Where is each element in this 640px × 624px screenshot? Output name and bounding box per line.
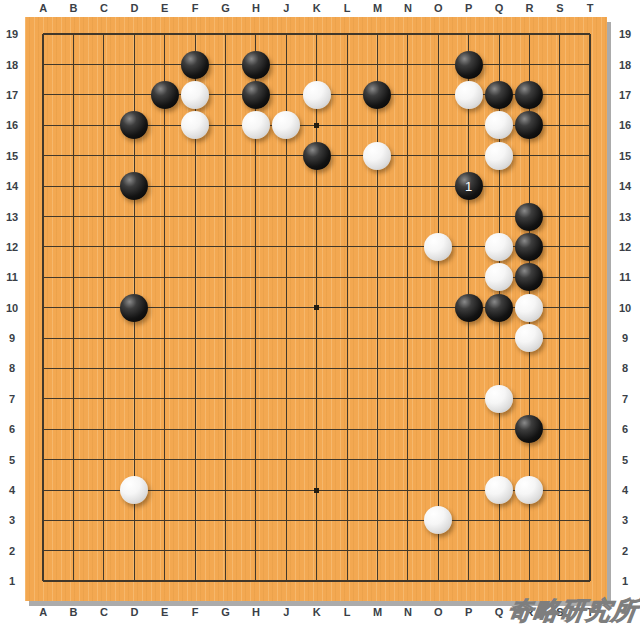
coord-top-C: C bbox=[89, 0, 119, 15]
intersection-D3 bbox=[119, 505, 149, 535]
intersection-F6 bbox=[180, 414, 210, 444]
coord-left-1: 1 bbox=[0, 566, 24, 596]
intersection-G18 bbox=[210, 49, 240, 79]
intersection-H4 bbox=[241, 475, 271, 505]
intersection-T8 bbox=[575, 353, 605, 383]
intersection-M3 bbox=[362, 505, 392, 535]
intersection-Q7 bbox=[484, 384, 514, 414]
intersection-A8 bbox=[28, 353, 58, 383]
intersection-K5 bbox=[302, 444, 332, 474]
coord-top-L: L bbox=[332, 0, 362, 15]
coord-top-G: G bbox=[210, 0, 240, 15]
intersection-E9 bbox=[150, 323, 180, 353]
coord-bottom-A: A bbox=[28, 603, 58, 621]
coord-top-D: D bbox=[119, 0, 149, 15]
intersection-S16 bbox=[545, 110, 575, 140]
intersection-A7 bbox=[28, 384, 58, 414]
coord-top-E: E bbox=[150, 0, 180, 15]
intersection-S9 bbox=[545, 323, 575, 353]
coord-bottom-G: G bbox=[210, 603, 240, 621]
intersection-J13 bbox=[271, 201, 301, 231]
intersection-F14 bbox=[180, 171, 210, 201]
intersection-M1 bbox=[362, 566, 392, 596]
coord-left-18: 18 bbox=[0, 49, 24, 79]
intersection-M2 bbox=[362, 536, 392, 566]
intersection-D14 bbox=[119, 171, 149, 201]
coord-left-4: 4 bbox=[0, 475, 24, 505]
coord-bottom-D: D bbox=[119, 603, 149, 621]
intersection-L14 bbox=[332, 171, 362, 201]
intersection-E1 bbox=[150, 566, 180, 596]
intersection-G13 bbox=[210, 201, 240, 231]
white-stone-Q11 bbox=[485, 263, 513, 291]
white-stone-O12 bbox=[424, 233, 452, 261]
intersection-F2 bbox=[180, 536, 210, 566]
black-stone-H18 bbox=[242, 51, 270, 79]
intersection-L12 bbox=[332, 232, 362, 262]
intersection-C5 bbox=[89, 444, 119, 474]
intersection-D9 bbox=[119, 323, 149, 353]
intersection-F9 bbox=[180, 323, 210, 353]
intersection-N15 bbox=[393, 141, 423, 171]
intersection-L5 bbox=[332, 444, 362, 474]
intersection-T4 bbox=[575, 475, 605, 505]
intersection-E17 bbox=[150, 80, 180, 110]
intersection-S6 bbox=[545, 414, 575, 444]
intersection-Q16 bbox=[484, 110, 514, 140]
intersection-H15 bbox=[241, 141, 271, 171]
intersection-E8 bbox=[150, 353, 180, 383]
intersection-J3 bbox=[271, 505, 301, 535]
intersection-M14 bbox=[362, 171, 392, 201]
intersection-O8 bbox=[423, 353, 453, 383]
intersection-O10 bbox=[423, 293, 453, 323]
intersection-T18 bbox=[575, 49, 605, 79]
intersection-K1 bbox=[302, 566, 332, 596]
go-diagram: ABCDEFGHJKLMNOPQRST ABCDEFGHJKLMNOPQRST … bbox=[0, 0, 640, 624]
intersection-L16 bbox=[332, 110, 362, 140]
intersection-F11 bbox=[180, 262, 210, 292]
intersection-H17 bbox=[241, 80, 271, 110]
black-stone-R6 bbox=[515, 415, 543, 443]
intersection-G4 bbox=[210, 475, 240, 505]
intersection-M11 bbox=[362, 262, 392, 292]
intersection-F17 bbox=[180, 80, 210, 110]
intersection-B6 bbox=[58, 414, 88, 444]
coord-right-6: 6 bbox=[611, 414, 639, 444]
go-board: 1 bbox=[25, 17, 607, 601]
intersection-F5 bbox=[180, 444, 210, 474]
intersection-H5 bbox=[241, 444, 271, 474]
intersection-M7 bbox=[362, 384, 392, 414]
black-stone-P18 bbox=[455, 51, 483, 79]
coord-top-N: N bbox=[393, 0, 423, 15]
intersection-A17 bbox=[28, 80, 58, 110]
intersection-C4 bbox=[89, 475, 119, 505]
coord-left-15: 15 bbox=[0, 141, 24, 171]
intersection-O9 bbox=[423, 323, 453, 353]
intersection-D2 bbox=[119, 536, 149, 566]
intersection-K4 bbox=[302, 475, 332, 505]
intersection-D11 bbox=[119, 262, 149, 292]
star-point bbox=[314, 123, 319, 128]
intersection-L10 bbox=[332, 293, 362, 323]
intersection-C19 bbox=[89, 19, 119, 49]
intersection-P10 bbox=[453, 293, 483, 323]
intersection-K13 bbox=[302, 201, 332, 231]
intersection-C3 bbox=[89, 505, 119, 535]
coord-right-14: 14 bbox=[611, 171, 639, 201]
intersection-Q13 bbox=[484, 201, 514, 231]
coord-right-16: 16 bbox=[611, 110, 639, 140]
intersection-F12 bbox=[180, 232, 210, 262]
white-stone-Q12 bbox=[485, 233, 513, 261]
black-stone-R13 bbox=[515, 203, 543, 231]
coord-left-19: 19 bbox=[0, 19, 24, 49]
intersection-D6 bbox=[119, 414, 149, 444]
coord-bottom-H: H bbox=[241, 603, 271, 621]
intersection-A14 bbox=[28, 171, 58, 201]
intersection-G11 bbox=[210, 262, 240, 292]
intersection-Q15 bbox=[484, 141, 514, 171]
intersection-M13 bbox=[362, 201, 392, 231]
black-stone-E17 bbox=[151, 81, 179, 109]
intersection-J15 bbox=[271, 141, 301, 171]
intersection-B15 bbox=[58, 141, 88, 171]
coord-bottom-P: P bbox=[453, 603, 483, 621]
intersection-C1 bbox=[89, 566, 119, 596]
intersection-P4 bbox=[453, 475, 483, 505]
intersection-C8 bbox=[89, 353, 119, 383]
row-labels-right: 19181716151413121110987654321 bbox=[611, 19, 639, 596]
intersection-P11 bbox=[453, 262, 483, 292]
intersection-B13 bbox=[58, 201, 88, 231]
intersection-E13 bbox=[150, 201, 180, 231]
intersection-G8 bbox=[210, 353, 240, 383]
intersection-E15 bbox=[150, 141, 180, 171]
intersection-G3 bbox=[210, 505, 240, 535]
intersection-C14 bbox=[89, 171, 119, 201]
intersection-B14 bbox=[58, 171, 88, 201]
intersection-E2 bbox=[150, 536, 180, 566]
coord-top-F: F bbox=[180, 0, 210, 15]
intersection-K3 bbox=[302, 505, 332, 535]
intersection-P8 bbox=[453, 353, 483, 383]
intersection-R8 bbox=[514, 353, 544, 383]
intersection-R5 bbox=[514, 444, 544, 474]
intersection-N12 bbox=[393, 232, 423, 262]
intersection-K15 bbox=[302, 141, 332, 171]
intersection-M6 bbox=[362, 414, 392, 444]
intersection-A13 bbox=[28, 201, 58, 231]
intersection-H13 bbox=[241, 201, 271, 231]
intersection-R18 bbox=[514, 49, 544, 79]
white-stone-M15 bbox=[363, 142, 391, 170]
intersection-N6 bbox=[393, 414, 423, 444]
intersection-N5 bbox=[393, 444, 423, 474]
coord-right-17: 17 bbox=[611, 80, 639, 110]
intersection-J7 bbox=[271, 384, 301, 414]
intersection-G12 bbox=[210, 232, 240, 262]
white-stone-H16 bbox=[242, 111, 270, 139]
intersection-R16 bbox=[514, 110, 544, 140]
intersection-A6 bbox=[28, 414, 58, 444]
black-stone-P10 bbox=[455, 294, 483, 322]
coord-right-11: 11 bbox=[611, 262, 639, 292]
intersection-A18 bbox=[28, 49, 58, 79]
intersection-K12 bbox=[302, 232, 332, 262]
intersection-D12 bbox=[119, 232, 149, 262]
intersection-F4 bbox=[180, 475, 210, 505]
intersection-K7 bbox=[302, 384, 332, 414]
black-stone-D14 bbox=[120, 172, 148, 200]
intersection-R1 bbox=[514, 566, 544, 596]
intersection-B10 bbox=[58, 293, 88, 323]
white-stone-Q4 bbox=[485, 476, 513, 504]
intersection-S5 bbox=[545, 444, 575, 474]
intersection-T10 bbox=[575, 293, 605, 323]
intersection-Q5 bbox=[484, 444, 514, 474]
intersection-L2 bbox=[332, 536, 362, 566]
intersection-J2 bbox=[271, 536, 301, 566]
intersection-L7 bbox=[332, 384, 362, 414]
intersection-Q12 bbox=[484, 232, 514, 262]
intersection-J12 bbox=[271, 232, 301, 262]
coord-right-2: 2 bbox=[611, 536, 639, 566]
intersection-R3 bbox=[514, 505, 544, 535]
intersection-N17 bbox=[393, 80, 423, 110]
intersection-P17 bbox=[453, 80, 483, 110]
coord-left-17: 17 bbox=[0, 80, 24, 110]
intersection-E18 bbox=[150, 49, 180, 79]
intersection-D13 bbox=[119, 201, 149, 231]
intersection-C10 bbox=[89, 293, 119, 323]
coord-bottom-N: N bbox=[393, 603, 423, 621]
intersection-T9 bbox=[575, 323, 605, 353]
intersection-C16 bbox=[89, 110, 119, 140]
intersection-Q2 bbox=[484, 536, 514, 566]
coord-top-B: B bbox=[58, 0, 88, 15]
black-stone-K15 bbox=[303, 142, 331, 170]
intersection-S19 bbox=[545, 19, 575, 49]
coord-left-5: 5 bbox=[0, 444, 24, 474]
intersection-H11 bbox=[241, 262, 271, 292]
intersection-K10 bbox=[302, 293, 332, 323]
intersection-O7 bbox=[423, 384, 453, 414]
intersection-S1 bbox=[545, 566, 575, 596]
intersection-F1 bbox=[180, 566, 210, 596]
intersection-O3 bbox=[423, 505, 453, 535]
intersection-B7 bbox=[58, 384, 88, 414]
intersection-O4 bbox=[423, 475, 453, 505]
intersection-A2 bbox=[28, 536, 58, 566]
intersection-D8 bbox=[119, 353, 149, 383]
coord-top-R: R bbox=[514, 0, 544, 15]
intersection-P12 bbox=[453, 232, 483, 262]
intersection-Q4 bbox=[484, 475, 514, 505]
black-stone-D10 bbox=[120, 294, 148, 322]
intersection-H2 bbox=[241, 536, 271, 566]
intersection-R10 bbox=[514, 293, 544, 323]
intersection-O5 bbox=[423, 444, 453, 474]
intersection-Q1 bbox=[484, 566, 514, 596]
intersection-R11 bbox=[514, 262, 544, 292]
intersection-B5 bbox=[58, 444, 88, 474]
intersection-A9 bbox=[28, 323, 58, 353]
intersection-L3 bbox=[332, 505, 362, 535]
intersection-S10 bbox=[545, 293, 575, 323]
intersection-F8 bbox=[180, 353, 210, 383]
intersection-C2 bbox=[89, 536, 119, 566]
intersection-L8 bbox=[332, 353, 362, 383]
intersection-F18 bbox=[180, 49, 210, 79]
intersection-C7 bbox=[89, 384, 119, 414]
intersection-S7 bbox=[545, 384, 575, 414]
coord-bottom-L: L bbox=[332, 603, 362, 621]
intersection-O11 bbox=[423, 262, 453, 292]
intersection-G5 bbox=[210, 444, 240, 474]
white-stone-D4 bbox=[120, 476, 148, 504]
intersection-N16 bbox=[393, 110, 423, 140]
coord-right-1: 1 bbox=[611, 566, 639, 596]
intersection-G7 bbox=[210, 384, 240, 414]
intersection-H14 bbox=[241, 171, 271, 201]
intersection-K2 bbox=[302, 536, 332, 566]
intersection-D4 bbox=[119, 475, 149, 505]
intersection-A12 bbox=[28, 232, 58, 262]
coord-right-4: 4 bbox=[611, 475, 639, 505]
coord-left-12: 12 bbox=[0, 232, 24, 262]
intersection-L18 bbox=[332, 49, 362, 79]
star-point bbox=[314, 488, 319, 493]
intersection-R17 bbox=[514, 80, 544, 110]
intersection-A16 bbox=[28, 110, 58, 140]
intersection-P15 bbox=[453, 141, 483, 171]
intersection-E5 bbox=[150, 444, 180, 474]
intersection-O1 bbox=[423, 566, 453, 596]
black-stone-H17 bbox=[242, 81, 270, 109]
intersection-Q18 bbox=[484, 49, 514, 79]
coord-left-6: 6 bbox=[0, 414, 24, 444]
coord-left-16: 16 bbox=[0, 110, 24, 140]
intersection-N9 bbox=[393, 323, 423, 353]
coord-right-3: 3 bbox=[611, 505, 639, 535]
intersection-N1 bbox=[393, 566, 423, 596]
intersection-E16 bbox=[150, 110, 180, 140]
intersection-N10 bbox=[393, 293, 423, 323]
intersection-H16 bbox=[241, 110, 271, 140]
intersection-T16 bbox=[575, 110, 605, 140]
intersection-M16 bbox=[362, 110, 392, 140]
intersection-B4 bbox=[58, 475, 88, 505]
intersection-Q3 bbox=[484, 505, 514, 535]
intersection-A19 bbox=[28, 19, 58, 49]
intersection-M10 bbox=[362, 293, 392, 323]
intersection-A11 bbox=[28, 262, 58, 292]
black-stone-Q17 bbox=[485, 81, 513, 109]
intersection-F13 bbox=[180, 201, 210, 231]
intersection-P1 bbox=[453, 566, 483, 596]
intersection-G16 bbox=[210, 110, 240, 140]
intersection-A3 bbox=[28, 505, 58, 535]
intersection-Q19 bbox=[484, 19, 514, 49]
white-stone-R9 bbox=[515, 324, 543, 352]
black-stone-R17 bbox=[515, 81, 543, 109]
intersection-O15 bbox=[423, 141, 453, 171]
intersection-F7 bbox=[180, 384, 210, 414]
white-stone-P17 bbox=[455, 81, 483, 109]
intersection-G17 bbox=[210, 80, 240, 110]
intersection-P9 bbox=[453, 323, 483, 353]
intersection-B9 bbox=[58, 323, 88, 353]
coord-top-J: J bbox=[271, 0, 301, 15]
intersection-E3 bbox=[150, 505, 180, 535]
black-stone-R16 bbox=[515, 111, 543, 139]
intersection-C17 bbox=[89, 80, 119, 110]
white-stone-Q15 bbox=[485, 142, 513, 170]
intersection-L9 bbox=[332, 323, 362, 353]
intersection-L15 bbox=[332, 141, 362, 171]
black-stone-R11 bbox=[515, 263, 543, 291]
coord-top-K: K bbox=[302, 0, 332, 15]
intersection-H10 bbox=[241, 293, 271, 323]
intersection-N11 bbox=[393, 262, 423, 292]
coord-bottom-K: K bbox=[302, 603, 332, 621]
intersection-J19 bbox=[271, 19, 301, 49]
intersection-L11 bbox=[332, 262, 362, 292]
coord-left-13: 13 bbox=[0, 201, 24, 231]
intersection-G14 bbox=[210, 171, 240, 201]
intersection-B18 bbox=[58, 49, 88, 79]
intersection-O12 bbox=[423, 232, 453, 262]
intersection-L19 bbox=[332, 19, 362, 49]
coord-bottom-E: E bbox=[150, 603, 180, 621]
intersection-P7 bbox=[453, 384, 483, 414]
intersection-J8 bbox=[271, 353, 301, 383]
intersection-H7 bbox=[241, 384, 271, 414]
intersection-B3 bbox=[58, 505, 88, 535]
intersection-R9 bbox=[514, 323, 544, 353]
intersection-D15 bbox=[119, 141, 149, 171]
coord-top-O: O bbox=[423, 0, 453, 15]
coord-left-14: 14 bbox=[0, 171, 24, 201]
intersection-K17 bbox=[302, 80, 332, 110]
intersection-M5 bbox=[362, 444, 392, 474]
intersection-C6 bbox=[89, 414, 119, 444]
intersection-H1 bbox=[241, 566, 271, 596]
intersection-E11 bbox=[150, 262, 180, 292]
intersection-K6 bbox=[302, 414, 332, 444]
intersection-J16 bbox=[271, 110, 301, 140]
intersection-K16 bbox=[302, 110, 332, 140]
intersection-T12 bbox=[575, 232, 605, 262]
intersection-J18 bbox=[271, 49, 301, 79]
intersection-F19 bbox=[180, 19, 210, 49]
intersection-G1 bbox=[210, 566, 240, 596]
intersection-T19 bbox=[575, 19, 605, 49]
intersection-F3 bbox=[180, 505, 210, 535]
black-stone-M17 bbox=[363, 81, 391, 109]
intersection-P18 bbox=[453, 49, 483, 79]
intersection-B2 bbox=[58, 536, 88, 566]
intersection-D17 bbox=[119, 80, 149, 110]
intersection-H6 bbox=[241, 414, 271, 444]
coord-top-T: T bbox=[575, 0, 605, 15]
intersection-S17 bbox=[545, 80, 575, 110]
white-stone-F16 bbox=[181, 111, 209, 139]
intersection-J11 bbox=[271, 262, 301, 292]
intersection-R4 bbox=[514, 475, 544, 505]
